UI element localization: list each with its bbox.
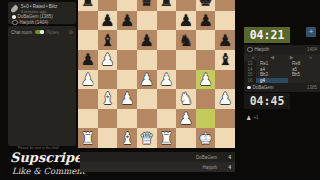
square-c8[interactable]: [117, 0, 137, 11]
square-h3[interactable]: ♟: [215, 89, 235, 109]
square-b3[interactable]: ♝: [98, 89, 118, 109]
square-c7[interactable]: ♟: [117, 11, 137, 31]
white-queen[interactable]: ♛: [140, 129, 154, 148]
square-f4[interactable]: [176, 70, 196, 90]
square-c5[interactable]: [117, 50, 137, 70]
chat-panel: Chat room Notes ⚙: [8, 26, 76, 146]
video-brand-subtitle: Like & Comment: [12, 166, 85, 176]
square-f1[interactable]: [176, 128, 196, 148]
square-a4[interactable]: ♟: [78, 70, 98, 90]
crosstable: DoBaGem 4 Harjoth 4: [80, 152, 235, 172]
black-rook[interactable]: ♜: [159, 0, 173, 10]
chat-toggle[interactable]: [35, 30, 44, 35]
material-advantage: +1: [253, 115, 258, 120]
square-g2[interactable]: [196, 109, 216, 129]
square-c1[interactable]: ♝: [117, 128, 137, 148]
square-g6[interactable]: [196, 30, 216, 50]
square-h5[interactable]: ♝: [215, 50, 235, 70]
square-d1[interactable]: ♛: [137, 128, 157, 148]
square-f2[interactable]: ♟: [176, 109, 196, 129]
crosstable-row[interactable]: DoBaGem 4: [80, 152, 235, 162]
square-g3[interactable]: [196, 89, 216, 109]
square-a6[interactable]: [78, 30, 98, 50]
white-rook[interactable]: ♜: [159, 129, 173, 148]
square-e2[interactable]: [157, 109, 177, 129]
white-pawn[interactable]: ♟: [218, 89, 232, 108]
top-player-clock: 04:21: [244, 27, 290, 43]
last-move-button[interactable]: »: [309, 54, 312, 61]
tab-notes[interactable]: Notes: [47, 30, 59, 35]
square-g7[interactable]: ♟: [196, 11, 216, 31]
square-a8[interactable]: ♜: [78, 0, 98, 11]
white-pawn[interactable]: ♟: [198, 70, 212, 89]
square-g8[interactable]: ♚: [196, 0, 216, 11]
move[interactable]: [288, 78, 320, 84]
white-pawn[interactable]: ♟: [120, 89, 134, 108]
square-e5[interactable]: [157, 50, 177, 70]
black-bishop[interactable]: ♝: [218, 50, 232, 69]
black-pawn[interactable]: ♟: [140, 31, 154, 50]
game-side-panel: 04:21 + Harjoth 1404 « ◀ ▶ » 13 Re1 Re8 …: [244, 27, 320, 121]
square-a2[interactable]: [78, 109, 98, 129]
square-h8[interactable]: [215, 0, 235, 11]
top-player-bar[interactable]: Harjoth 1404: [244, 45, 320, 54]
square-b4[interactable]: [98, 70, 118, 90]
square-d6[interactable]: ♟: [137, 30, 157, 50]
square-h6[interactable]: ♟: [215, 30, 235, 50]
next-move-button[interactable]: ▶: [290, 54, 294, 61]
video-brand-title: Supscripe: [10, 150, 82, 165]
square-e7[interactable]: [157, 11, 177, 31]
square-f7[interactable]: ♟: [176, 11, 196, 31]
white-bishop[interactable]: ♝: [100, 89, 114, 108]
square-b2[interactable]: [98, 109, 118, 129]
white-rook[interactable]: ♜: [81, 129, 95, 148]
square-g1[interactable]: ♚: [196, 128, 216, 148]
square-c2[interactable]: [117, 109, 137, 129]
bottom-player-clock: 04:45: [244, 93, 290, 109]
square-e8[interactable]: ♜: [157, 0, 177, 11]
black-pawn[interactable]: ♟: [179, 11, 193, 30]
top-player-name: Harjoth: [255, 47, 270, 52]
square-f5[interactable]: [176, 50, 196, 70]
white-pawn[interactable]: ♟: [179, 109, 193, 128]
prev-move-button[interactable]: ◀: [270, 54, 274, 61]
board-container: ♜♛♜♚♟♟♟♟♝♟♞♟♟♟♝♟♟♟♟♝♟♞♟♟♜♝♛♜♚: [78, 0, 235, 148]
black-pawn[interactable]: ♟: [100, 11, 114, 30]
square-d7[interactable]: [137, 11, 157, 31]
black-bishop[interactable]: ♝: [100, 31, 114, 50]
black-knight[interactable]: ♞: [179, 31, 193, 50]
move-list: 13 Re1 Re8 14 a4 a5 15 Bb3 Bh5 16 g4: [244, 61, 320, 83]
black-pawn[interactable]: ♟: [198, 11, 212, 30]
square-e1[interactable]: ♜: [157, 128, 177, 148]
square-b6[interactable]: ♝: [98, 30, 118, 50]
white-color-icon: [12, 15, 16, 19]
bottom-player-rating: 1385: [307, 85, 317, 90]
square-b7[interactable]: ♟: [98, 11, 118, 31]
top-player-rating: 1404: [307, 47, 317, 52]
square-d2[interactable]: [137, 109, 157, 129]
white-pawn[interactable]: ♟: [100, 50, 114, 69]
square-d8[interactable]: ♛: [137, 0, 157, 11]
square-b5[interactable]: ♟: [98, 50, 118, 70]
board[interactable]: ♜♛♜♚♟♟♟♟♝♟♞♟♟♟♝♟♟♟♟♝♟♞♟♟♜♝♛♜♚: [78, 0, 235, 148]
square-h1[interactable]: [215, 128, 235, 148]
square-c4[interactable]: [117, 70, 137, 90]
black-pawn[interactable]: ♟: [120, 11, 134, 30]
square-e4[interactable]: ♟: [157, 70, 177, 90]
blitz-flame-icon: [10, 4, 19, 13]
square-a5[interactable]: ♟: [78, 50, 98, 70]
move-nav-toolbar: « ◀ ▶ »: [244, 54, 320, 61]
tab-chat-room[interactable]: Chat room: [11, 30, 32, 35]
square-f3[interactable]: ♞: [176, 89, 196, 109]
black-color-icon: [12, 20, 18, 26]
first-move-button[interactable]: «: [252, 54, 255, 61]
square-b1[interactable]: [98, 128, 118, 148]
white-color-icon: [247, 86, 251, 90]
move-row: 16 g4: [244, 78, 320, 84]
current-move[interactable]: g4: [256, 78, 288, 84]
chat-messages: [8, 38, 76, 138]
black-pawn[interactable]: ♟: [81, 50, 95, 69]
square-g4[interactable]: ♟: [196, 70, 216, 90]
square-b8[interactable]: [98, 0, 118, 11]
black-king[interactable]: ♚: [198, 0, 212, 10]
game-meta-panel: 5+0 • Rated • Blitz 4 minutes ago DoBaGe…: [8, 2, 76, 24]
give-time-button[interactable]: +: [306, 27, 316, 37]
black-rook[interactable]: ♜: [81, 0, 95, 10]
square-h7[interactable]: [215, 11, 235, 31]
square-e6[interactable]: [157, 30, 177, 50]
square-g5[interactable]: [196, 50, 216, 70]
white-bishop[interactable]: ♝: [120, 129, 134, 148]
square-a3[interactable]: [78, 89, 98, 109]
square-h2[interactable]: [215, 109, 235, 129]
square-c6[interactable]: [117, 30, 137, 50]
bottom-player-bar[interactable]: DoBaGem 1385: [244, 83, 320, 92]
square-f6[interactable]: ♞: [176, 30, 196, 50]
square-e3[interactable]: [157, 89, 177, 109]
square-c3[interactable]: ♟: [117, 89, 137, 109]
white-pawn[interactable]: ♟: [140, 70, 154, 89]
square-a7[interactable]: [78, 11, 98, 31]
captured-pieces: ♟ +1: [244, 114, 320, 121]
bottom-player-name: DoBaGem: [253, 85, 274, 90]
settings-gear-icon[interactable]: ⚙: [69, 30, 73, 35]
lichess-game-screen: 5+0 • Rated • Blitz 4 minutes ago DoBaGe…: [0, 0, 320, 180]
white-pawn[interactable]: ♟: [159, 70, 173, 89]
white-king[interactable]: ♚: [198, 129, 212, 148]
black-player-line[interactable]: Harjoth (1404): [12, 20, 73, 26]
crosstable-row[interactable]: Harjoth 4: [80, 162, 235, 172]
black-pawn[interactable]: ♟: [218, 31, 232, 50]
square-f8[interactable]: [176, 0, 196, 11]
black-queen[interactable]: ♛: [140, 0, 154, 10]
black-color-icon: [247, 47, 253, 53]
white-knight[interactable]: ♞: [179, 89, 193, 108]
black-pawn-icon: ♟: [246, 114, 251, 121]
white-pawn[interactable]: ♟: [81, 70, 95, 89]
square-a1[interactable]: ♜: [78, 128, 98, 148]
square-d5[interactable]: [137, 50, 157, 70]
square-h4[interactable]: [215, 70, 235, 90]
square-d3[interactable]: [137, 89, 157, 109]
square-d4[interactable]: ♟: [137, 70, 157, 90]
